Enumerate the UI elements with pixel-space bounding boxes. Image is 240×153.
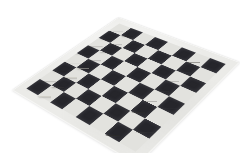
square-h3 (133, 32, 155, 44)
chess-set-photo: ♜♟♟♜♞♟♟♞♝♟♟♝♚♟♟♚♛♟♟♛♝♟♟♝♞♟♟♞♜♟♟♜ (0, 0, 240, 153)
square-h7: ♟ (186, 52, 210, 66)
square-e1: ♚ (77, 45, 100, 58)
square-f5 (137, 58, 161, 73)
square-d4 (101, 70, 126, 86)
square-c1: ♝ (52, 61, 76, 76)
scene: ♜♟♟♜♞♟♟♞♝♟♟♝♚♟♟♚♛♟♟♛♝♟♟♝♞♟♟♞♜♟♟♜ (0, 0, 240, 153)
square-g3 (122, 39, 145, 52)
square-e2: ♟ (88, 50, 111, 64)
square-f1: ♝ (88, 37, 110, 50)
square-g6 (162, 55, 186, 70)
square-b1: ♞ (40, 70, 64, 85)
square-g7: ♟ (176, 61, 201, 76)
chess-board: ♜♟♟♜♞♟♟♞♝♟♟♝♚♟♟♚♛♟♟♛♝♟♟♝♞♟♟♞♜♟♟♜ (26, 23, 225, 151)
camera-tilt: ♜♟♟♜♞♟♟♞♝♟♟♝♚♟♟♚♛♟♟♛♝♟♟♝♞♟♟♞♜♟♟♜ (0, 0, 240, 153)
square-e3 (100, 55, 124, 69)
square-h8: ♜ (201, 58, 226, 73)
square-d2: ♟ (76, 58, 100, 72)
square-f3 (111, 47, 134, 61)
square-f4 (124, 52, 148, 66)
square-h5 (158, 42, 181, 55)
square-e7: ♟ (154, 79, 180, 96)
square-h1: ♜ (109, 23, 131, 35)
square-e4 (113, 61, 137, 76)
square-f2: ♟ (99, 42, 122, 55)
square-h6 (172, 47, 196, 61)
square-h4 (145, 37, 168, 50)
square-e8: ♚ (169, 86, 196, 104)
square-g2: ♟ (110, 35, 132, 48)
square-g4 (135, 44, 158, 58)
square-g8: ♞ (191, 67, 216, 83)
square-h2: ♟ (121, 27, 143, 39)
square-g5 (148, 50, 172, 64)
square-d1: ♛ (65, 53, 88, 67)
square-g1: ♞ (99, 30, 121, 42)
square-c2: ♟ (64, 67, 88, 82)
chess-mat: ♜♟♟♜♞♟♟♞♝♟♟♝♚♟♟♚♛♟♟♛♝♟♟♝♞♟♟♞♜♟♟♜ (12, 17, 239, 153)
square-d3 (88, 64, 112, 79)
